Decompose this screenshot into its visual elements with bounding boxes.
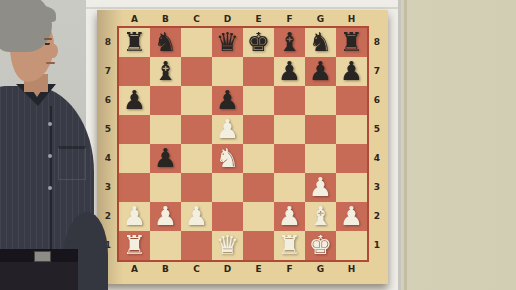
presenter-eyebrow — [44, 38, 52, 40]
square-h3 — [336, 173, 367, 202]
presenter-mouth — [46, 62, 55, 64]
square-f5 — [274, 115, 305, 144]
rank-label-right-8: 8 — [369, 28, 385, 57]
file-label-bottom-h: H — [336, 262, 367, 276]
piece-black-pawn-d6: ♟ — [212, 86, 243, 115]
file-label-bottom-c: C — [181, 262, 212, 276]
square-g5 — [305, 115, 336, 144]
file-label-top-c: C — [181, 12, 212, 26]
piece-black-bishop-b7: ♝ — [150, 57, 181, 86]
file-label-top-f: F — [274, 12, 305, 26]
piece-white-pawn-a2: ♟ — [119, 202, 150, 231]
rank-label-right-7: 7 — [369, 57, 385, 86]
square-e5 — [243, 115, 274, 144]
file-label-bottom-e: E — [243, 262, 274, 276]
presenter-shirt-pocket — [58, 146, 86, 180]
rank-label-right-1: 1 — [369, 231, 385, 260]
file-label-top-e: E — [243, 12, 274, 26]
square-g8: ♞ — [305, 28, 336, 57]
square-d8: ♛ — [212, 28, 243, 57]
piece-white-king-g1: ♚ — [305, 231, 336, 260]
board-grid: ♜♞♛♚♝♞♜♝♟♟♟♟♟♟♟♞♟♟♟♟♟♝♟♜♛♜♚ — [117, 26, 369, 262]
piece-white-queen-d1: ♛ — [212, 231, 243, 260]
piece-white-rook-a1: ♜ — [119, 231, 150, 260]
square-f2: ♟ — [274, 202, 305, 231]
file-label-top-g: G — [305, 12, 336, 26]
rank-label-right-3: 3 — [369, 173, 385, 202]
presenter — [0, 0, 112, 290]
demo-chess-board: ♜♞♛♚♝♞♜♝♟♟♟♟♟♟♟♞♟♟♟♟♟♝♟♜♛♜♚ ABCDEFGHABCD… — [97, 10, 388, 284]
square-e8: ♚ — [243, 28, 274, 57]
rank-label-right-2: 2 — [369, 202, 385, 231]
belt-buckle — [34, 251, 51, 262]
square-f1: ♜ — [274, 231, 305, 260]
square-g6 — [305, 86, 336, 115]
piece-black-knight-g8: ♞ — [305, 28, 336, 57]
square-c2: ♟ — [181, 202, 212, 231]
file-label-top-h: H — [336, 12, 367, 26]
square-h5 — [336, 115, 367, 144]
square-a7 — [119, 57, 150, 86]
piece-white-pawn-f2: ♟ — [274, 202, 305, 231]
square-f4 — [274, 144, 305, 173]
piece-white-knight-d4: ♞ — [212, 144, 243, 173]
piece-black-king-e8: ♚ — [243, 28, 274, 57]
file-label-top-a: A — [119, 12, 150, 26]
piece-white-rook-f1: ♜ — [274, 231, 305, 260]
rank-label-right-4: 4 — [369, 144, 385, 173]
square-g1: ♚ — [305, 231, 336, 260]
square-d6: ♟ — [212, 86, 243, 115]
square-b8: ♞ — [150, 28, 181, 57]
piece-white-pawn-c2: ♟ — [181, 202, 212, 231]
square-f6 — [274, 86, 305, 115]
piece-black-rook-a8: ♜ — [119, 28, 150, 57]
piece-black-pawn-b4: ♟ — [150, 144, 181, 173]
square-c8 — [181, 28, 212, 57]
file-label-bottom-b: B — [150, 262, 181, 276]
piece-white-bishop-g2: ♝ — [305, 202, 336, 231]
piece-black-knight-b8: ♞ — [150, 28, 181, 57]
square-a8: ♜ — [119, 28, 150, 57]
video-frame: ♜♞♛♚♝♞♜♝♟♟♟♟♟♟♟♞♟♟♟♟♟♝♟♜♛♜♚ ABCDEFGHABCD… — [0, 0, 516, 290]
square-d5: ♟ — [212, 115, 243, 144]
square-c7 — [181, 57, 212, 86]
wall-corner-seam — [404, 0, 407, 290]
square-b4: ♟ — [150, 144, 181, 173]
square-d7 — [212, 57, 243, 86]
piece-white-pawn-d5: ♟ — [212, 115, 243, 144]
file-label-top-b: B — [150, 12, 181, 26]
piece-white-pawn-h2: ♟ — [336, 202, 367, 231]
presenter-nose — [49, 44, 58, 58]
square-h7: ♟ — [336, 57, 367, 86]
piece-white-pawn-g3: ♟ — [305, 173, 336, 202]
square-c3 — [181, 173, 212, 202]
square-f3 — [274, 173, 305, 202]
shirt-button — [48, 154, 52, 158]
square-d3 — [212, 173, 243, 202]
square-g2: ♝ — [305, 202, 336, 231]
file-label-bottom-d: D — [212, 262, 243, 276]
square-b6 — [150, 86, 181, 115]
piece-black-pawn-a6: ♟ — [119, 86, 150, 115]
square-g3: ♟ — [305, 173, 336, 202]
square-b3 — [150, 173, 181, 202]
square-e4 — [243, 144, 274, 173]
square-h1 — [336, 231, 367, 260]
square-h6 — [336, 86, 367, 115]
square-a2: ♟ — [119, 202, 150, 231]
shirt-button — [48, 122, 52, 126]
square-b7: ♝ — [150, 57, 181, 86]
square-b2: ♟ — [150, 202, 181, 231]
file-label-bottom-g: G — [305, 262, 336, 276]
square-h8: ♜ — [336, 28, 367, 57]
square-e1 — [243, 231, 274, 260]
square-c5 — [181, 115, 212, 144]
square-d2 — [212, 202, 243, 231]
piece-black-queen-d8: ♛ — [212, 28, 243, 57]
whiteboard-frame-edge — [86, 7, 398, 9]
square-a4 — [119, 144, 150, 173]
square-g7: ♟ — [305, 57, 336, 86]
shirt-button — [48, 186, 52, 190]
rank-label-right-6: 6 — [369, 86, 385, 115]
square-h2: ♟ — [336, 202, 367, 231]
square-g4 — [305, 144, 336, 173]
square-b1 — [150, 231, 181, 260]
square-e6 — [243, 86, 274, 115]
square-a1: ♜ — [119, 231, 150, 260]
file-label-bottom-f: F — [274, 262, 305, 276]
piece-white-pawn-b2: ♟ — [150, 202, 181, 231]
square-b5 — [150, 115, 181, 144]
rank-label-right-5: 5 — [369, 115, 385, 144]
square-d4: ♞ — [212, 144, 243, 173]
square-a5 — [119, 115, 150, 144]
square-a6: ♟ — [119, 86, 150, 115]
square-c1 — [181, 231, 212, 260]
piece-black-pawn-g7: ♟ — [305, 57, 336, 86]
square-f8: ♝ — [274, 28, 305, 57]
square-e7 — [243, 57, 274, 86]
piece-black-rook-h8: ♜ — [336, 28, 367, 57]
square-c4 — [181, 144, 212, 173]
presenter-shirt-placket — [50, 106, 52, 254]
square-d1: ♛ — [212, 231, 243, 260]
piece-black-pawn-f7: ♟ — [274, 57, 305, 86]
piece-black-bishop-f8: ♝ — [274, 28, 305, 57]
file-label-bottom-a: A — [119, 262, 150, 276]
square-a3 — [119, 173, 150, 202]
square-c6 — [181, 86, 212, 115]
square-e2 — [243, 202, 274, 231]
piece-black-pawn-h7: ♟ — [336, 57, 367, 86]
square-f7: ♟ — [274, 57, 305, 86]
file-label-top-d: D — [212, 12, 243, 26]
square-e3 — [243, 173, 274, 202]
square-h4 — [336, 144, 367, 173]
